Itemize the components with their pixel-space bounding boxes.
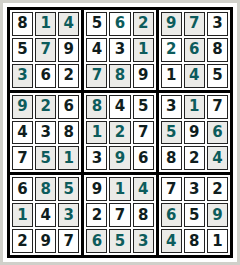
cell-r5c8[interactable]: 9 (184, 121, 205, 145)
cell-r5c3[interactable]: 8 (58, 121, 79, 145)
cell-r4c1[interactable]: 9 (12, 95, 33, 119)
cell-r3c1[interactable]: 3 (12, 64, 33, 88)
cell-r7c1[interactable]: 6 (12, 177, 33, 201)
cell-r5c7[interactable]: 5 (161, 121, 182, 145)
cell-r3c2[interactable]: 6 (35, 64, 56, 88)
cell-r8c6[interactable]: 8 (133, 203, 154, 227)
cell-r1c1[interactable]: 8 (12, 12, 33, 36)
cell-r6c5[interactable]: 9 (109, 146, 130, 170)
cell-r6c1[interactable]: 7 (12, 146, 33, 170)
cell-r1c5[interactable]: 6 (109, 12, 130, 36)
cell-r4c7[interactable]: 3 (161, 95, 182, 119)
cell-r4c6[interactable]: 5 (133, 95, 154, 119)
cell-r9c9[interactable]: 1 (207, 229, 228, 253)
cell-r9c4[interactable]: 6 (86, 229, 107, 253)
cell-r1c4[interactable]: 5 (86, 12, 107, 36)
cell-r8c2[interactable]: 4 (35, 203, 56, 227)
box-3: 973268145 (159, 10, 230, 90)
box-9: 732659481 (159, 175, 230, 255)
cell-r3c4[interactable]: 7 (86, 64, 107, 88)
cell-r7c4[interactable]: 9 (86, 177, 107, 201)
cell-r6c6[interactable]: 6 (133, 146, 154, 170)
cell-r7c9[interactable]: 2 (207, 177, 228, 201)
cell-r2c1[interactable]: 5 (12, 38, 33, 62)
cell-r9c6[interactable]: 3 (133, 229, 154, 253)
cell-r2c9[interactable]: 8 (207, 38, 228, 62)
cell-r5c9[interactable]: 6 (207, 121, 228, 145)
cell-r8c3[interactable]: 3 (58, 203, 79, 227)
cell-r8c9[interactable]: 9 (207, 203, 228, 227)
cell-r9c1[interactable]: 2 (12, 229, 33, 253)
cell-r5c6[interactable]: 7 (133, 121, 154, 145)
cell-r6c9[interactable]: 4 (207, 146, 228, 170)
cell-r2c2[interactable]: 7 (35, 38, 56, 62)
cell-r4c3[interactable]: 6 (58, 95, 79, 119)
cell-r7c5[interactable]: 1 (109, 177, 130, 201)
cell-r6c7[interactable]: 8 (161, 146, 182, 170)
box-1: 814579362 (10, 10, 81, 90)
cell-r5c2[interactable]: 3 (35, 121, 56, 145)
cell-r4c2[interactable]: 2 (35, 95, 56, 119)
sudoku-board: 8145793625624317899732681459264387518451… (7, 7, 233, 258)
cell-r1c9[interactable]: 3 (207, 12, 228, 36)
cell-r8c1[interactable]: 1 (12, 203, 33, 227)
cell-r2c7[interactable]: 2 (161, 38, 182, 62)
cell-r6c2[interactable]: 5 (35, 146, 56, 170)
box-5: 845127396 (84, 93, 155, 173)
cell-r7c2[interactable]: 8 (35, 177, 56, 201)
cell-r7c6[interactable]: 4 (133, 177, 154, 201)
box-4: 926438751 (10, 93, 81, 173)
cell-r9c7[interactable]: 4 (161, 229, 182, 253)
cell-r4c4[interactable]: 8 (86, 95, 107, 119)
cell-r2c8[interactable]: 6 (184, 38, 205, 62)
cell-r3c9[interactable]: 5 (207, 64, 228, 88)
cell-r5c4[interactable]: 1 (86, 121, 107, 145)
cell-r4c9[interactable]: 7 (207, 95, 228, 119)
cell-r8c4[interactable]: 2 (86, 203, 107, 227)
cell-r9c3[interactable]: 7 (58, 229, 79, 253)
cell-r4c8[interactable]: 1 (184, 95, 205, 119)
cell-r6c3[interactable]: 1 (58, 146, 79, 170)
cell-r7c3[interactable]: 5 (58, 177, 79, 201)
app-window: 8145793625624317899732681459264387518451… (0, 0, 240, 265)
box-2: 562431789 (84, 10, 155, 90)
cell-r8c5[interactable]: 7 (109, 203, 130, 227)
cell-r7c7[interactable]: 7 (161, 177, 182, 201)
cell-r3c7[interactable]: 1 (161, 64, 182, 88)
cell-r1c3[interactable]: 4 (58, 12, 79, 36)
cell-r3c3[interactable]: 2 (58, 64, 79, 88)
cell-r1c8[interactable]: 7 (184, 12, 205, 36)
cell-r6c4[interactable]: 3 (86, 146, 107, 170)
cell-r3c6[interactable]: 9 (133, 64, 154, 88)
cell-r2c3[interactable]: 9 (58, 38, 79, 62)
cell-r9c8[interactable]: 8 (184, 229, 205, 253)
cell-r4c5[interactable]: 4 (109, 95, 130, 119)
box-7: 685143297 (10, 175, 81, 255)
cell-r1c6[interactable]: 2 (133, 12, 154, 36)
cell-r9c5[interactable]: 5 (109, 229, 130, 253)
box-6: 317596824 (159, 93, 230, 173)
box-8: 914278653 (84, 175, 155, 255)
cell-r6c8[interactable]: 2 (184, 146, 205, 170)
cell-r5c5[interactable]: 2 (109, 121, 130, 145)
cell-r8c7[interactable]: 6 (161, 203, 182, 227)
cell-r5c1[interactable]: 4 (12, 121, 33, 145)
cell-r7c8[interactable]: 3 (184, 177, 205, 201)
cell-r8c8[interactable]: 5 (184, 203, 205, 227)
cell-r3c5[interactable]: 8 (109, 64, 130, 88)
cell-r1c2[interactable]: 1 (35, 12, 56, 36)
cell-r3c8[interactable]: 4 (184, 64, 205, 88)
cell-r2c6[interactable]: 1 (133, 38, 154, 62)
cell-r2c5[interactable]: 3 (109, 38, 130, 62)
cell-r9c2[interactable]: 9 (35, 229, 56, 253)
cell-r2c4[interactable]: 4 (86, 38, 107, 62)
cell-r1c7[interactable]: 9 (161, 12, 182, 36)
